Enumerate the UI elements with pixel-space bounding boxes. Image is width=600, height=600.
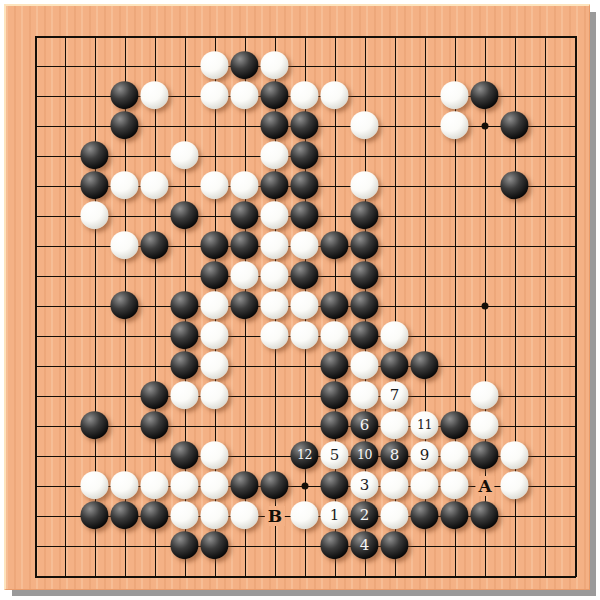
black-stone[interactable] xyxy=(290,201,318,229)
black-stone[interactable] xyxy=(470,81,498,109)
grid-line-horizontal xyxy=(35,546,576,547)
white-stone[interactable] xyxy=(230,261,258,289)
white-stone[interactable] xyxy=(320,81,348,109)
white-stone[interactable] xyxy=(80,201,108,229)
black-stone[interactable] xyxy=(200,231,228,259)
black-stone[interactable] xyxy=(290,171,318,199)
white-stone[interactable] xyxy=(290,501,318,529)
black-stone[interactable] xyxy=(470,501,498,529)
white-stone[interactable] xyxy=(200,471,228,499)
black-stone[interactable]: 4 xyxy=(350,531,378,559)
black-stone[interactable] xyxy=(80,501,108,529)
white-stone[interactable] xyxy=(200,321,228,349)
black-stone[interactable] xyxy=(230,51,258,79)
white-stone[interactable] xyxy=(410,471,438,499)
black-stone[interactable] xyxy=(380,531,408,559)
white-stone[interactable] xyxy=(80,471,108,499)
black-stone[interactable] xyxy=(110,111,138,139)
board-grid: 761112510893124AB xyxy=(35,36,576,577)
white-stone[interactable]: 1 xyxy=(320,501,348,529)
white-stone[interactable] xyxy=(200,81,228,109)
black-stone[interactable] xyxy=(230,231,258,259)
black-stone[interactable] xyxy=(230,291,258,319)
black-stone[interactable] xyxy=(350,231,378,259)
white-stone[interactable] xyxy=(290,291,318,319)
black-stone[interactable] xyxy=(200,531,228,559)
black-stone[interactable]: 6 xyxy=(350,411,378,439)
black-stone[interactable] xyxy=(230,201,258,229)
move-number: 11 xyxy=(417,419,432,432)
black-stone[interactable] xyxy=(230,471,258,499)
black-stone[interactable] xyxy=(260,81,288,109)
black-stone[interactable] xyxy=(440,411,468,439)
white-stone[interactable] xyxy=(140,81,168,109)
black-stone[interactable] xyxy=(110,291,138,319)
black-stone[interactable] xyxy=(140,411,168,439)
white-stone[interactable] xyxy=(440,441,468,469)
black-stone[interactable] xyxy=(170,441,198,469)
white-stone[interactable] xyxy=(470,381,498,409)
white-stone[interactable] xyxy=(200,171,228,199)
white-stone[interactable] xyxy=(140,171,168,199)
white-stone[interactable] xyxy=(200,441,228,469)
white-stone[interactable] xyxy=(290,321,318,349)
white-stone[interactable]: 3 xyxy=(350,471,378,499)
white-stone[interactable] xyxy=(350,111,378,139)
black-stone[interactable] xyxy=(170,531,198,559)
white-stone[interactable] xyxy=(230,171,258,199)
black-stone[interactable] xyxy=(470,441,498,469)
black-stone[interactable] xyxy=(260,111,288,139)
black-stone[interactable] xyxy=(290,261,318,289)
goban[interactable]: 761112510893124AB xyxy=(4,4,590,590)
star-point xyxy=(482,123,489,130)
black-stone[interactable] xyxy=(320,471,348,499)
black-stone[interactable] xyxy=(350,321,378,349)
white-stone[interactable] xyxy=(350,171,378,199)
black-stone[interactable] xyxy=(320,381,348,409)
black-stone[interactable] xyxy=(80,411,108,439)
white-stone[interactable] xyxy=(200,501,228,529)
white-stone[interactable] xyxy=(170,501,198,529)
white-stone[interactable] xyxy=(260,321,288,349)
black-stone[interactable] xyxy=(80,141,108,169)
white-stone[interactable] xyxy=(200,351,228,379)
black-stone[interactable] xyxy=(170,291,198,319)
move-number: 12 xyxy=(297,449,312,462)
white-stone[interactable] xyxy=(170,141,198,169)
white-stone[interactable] xyxy=(500,471,528,499)
black-stone[interactable]: 12 xyxy=(290,441,318,469)
white-stone[interactable] xyxy=(200,51,228,79)
white-stone[interactable]: 11 xyxy=(410,411,438,439)
black-stone[interactable] xyxy=(350,201,378,229)
black-stone[interactable] xyxy=(320,531,348,559)
black-stone[interactable] xyxy=(500,171,528,199)
grid-line-horizontal xyxy=(35,366,576,367)
move-number: 9 xyxy=(420,448,430,463)
black-stone[interactable] xyxy=(290,141,318,169)
black-stone[interactable] xyxy=(140,231,168,259)
white-stone[interactable] xyxy=(200,381,228,409)
grid-line-horizontal xyxy=(35,576,576,578)
star-point xyxy=(302,483,309,490)
black-stone[interactable] xyxy=(170,201,198,229)
black-stone[interactable]: 10 xyxy=(350,441,378,469)
star-point xyxy=(482,303,489,310)
white-stone[interactable] xyxy=(380,501,408,529)
grid-line-vertical xyxy=(545,36,546,577)
move-number: 3 xyxy=(360,478,370,493)
white-stone[interactable] xyxy=(260,201,288,229)
grid-line-vertical xyxy=(575,36,577,577)
white-stone[interactable] xyxy=(170,471,198,499)
black-stone[interactable] xyxy=(350,291,378,319)
white-stone[interactable] xyxy=(230,81,258,109)
white-stone[interactable] xyxy=(110,471,138,499)
go-diagram: 761112510893124AB xyxy=(0,0,600,600)
white-stone[interactable] xyxy=(350,381,378,409)
white-stone[interactable] xyxy=(290,231,318,259)
black-stone[interactable] xyxy=(110,81,138,109)
black-stone[interactable] xyxy=(170,321,198,349)
white-stone[interactable] xyxy=(290,81,318,109)
white-stone[interactable]: 7 xyxy=(380,381,408,409)
black-stone[interactable] xyxy=(290,111,318,139)
white-stone[interactable] xyxy=(260,291,288,319)
black-stone[interactable] xyxy=(500,111,528,139)
black-stone[interactable] xyxy=(380,351,408,379)
white-stone[interactable]: 9 xyxy=(410,441,438,469)
black-stone[interactable] xyxy=(200,261,228,289)
black-stone[interactable] xyxy=(440,501,468,529)
black-stone[interactable] xyxy=(320,231,348,259)
point-label-A: A xyxy=(475,476,494,496)
white-stone[interactable] xyxy=(440,471,468,499)
white-stone[interactable] xyxy=(380,411,408,439)
white-stone[interactable] xyxy=(170,381,198,409)
white-stone[interactable] xyxy=(380,471,408,499)
white-stone[interactable] xyxy=(320,321,348,349)
black-stone[interactable] xyxy=(320,351,348,379)
black-stone[interactable]: 2 xyxy=(350,501,378,529)
black-stone[interactable] xyxy=(260,471,288,499)
white-stone[interactable] xyxy=(200,291,228,319)
white-stone[interactable] xyxy=(470,411,498,439)
black-stone[interactable] xyxy=(140,501,168,529)
move-number: 8 xyxy=(390,448,400,463)
move-number: 7 xyxy=(390,388,400,403)
move-number: 1 xyxy=(330,508,340,523)
white-stone[interactable] xyxy=(260,231,288,259)
white-stone[interactable] xyxy=(350,351,378,379)
black-stone[interactable] xyxy=(140,381,168,409)
point-label-B: B xyxy=(265,506,285,526)
move-number: 10 xyxy=(357,449,372,462)
white-stone[interactable] xyxy=(440,81,468,109)
white-stone[interactable] xyxy=(260,51,288,79)
white-stone[interactable] xyxy=(230,501,258,529)
white-stone[interactable] xyxy=(110,171,138,199)
black-stone[interactable] xyxy=(320,411,348,439)
white-stone[interactable] xyxy=(110,231,138,259)
black-stone[interactable] xyxy=(320,291,348,319)
black-stone[interactable] xyxy=(110,501,138,529)
black-stone[interactable] xyxy=(80,171,108,199)
black-stone[interactable]: 8 xyxy=(380,441,408,469)
black-stone[interactable] xyxy=(170,351,198,379)
white-stone[interactable] xyxy=(380,321,408,349)
move-number: 5 xyxy=(330,448,340,463)
black-stone[interactable] xyxy=(410,351,438,379)
white-stone[interactable] xyxy=(260,141,288,169)
white-stone[interactable] xyxy=(440,111,468,139)
white-stone[interactable]: 5 xyxy=(320,441,348,469)
white-stone[interactable] xyxy=(260,261,288,289)
white-stone[interactable] xyxy=(500,441,528,469)
black-stone[interactable] xyxy=(350,261,378,289)
move-number: 2 xyxy=(360,508,370,523)
white-stone[interactable] xyxy=(140,471,168,499)
black-stone[interactable] xyxy=(410,501,438,529)
move-number: 4 xyxy=(360,538,370,553)
black-stone[interactable] xyxy=(260,171,288,199)
move-number: 6 xyxy=(360,418,370,433)
